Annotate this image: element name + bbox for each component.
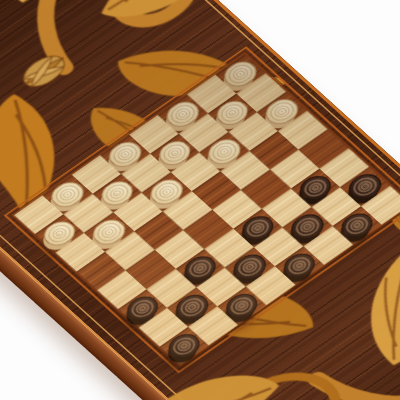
- case-top-surface: [0, 0, 400, 400]
- wooden-game-case: [0, 0, 400, 400]
- product-photo: [0, 0, 400, 400]
